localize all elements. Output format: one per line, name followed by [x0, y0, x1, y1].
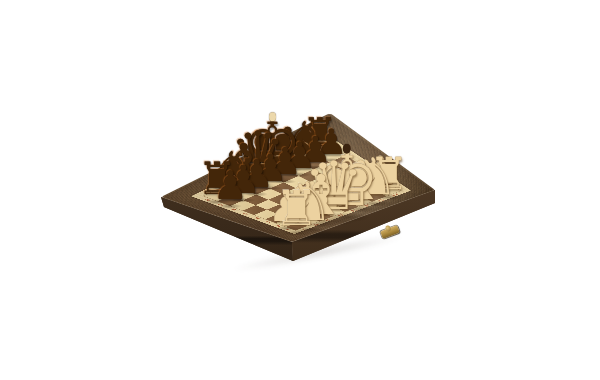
chess-set-photo: ABCDEFGH12345678 ♜♞♝♛♚♝♞♜♟♟♟♟♟♟♟♟♟♟♟♟♟♟♟…	[0, 0, 600, 380]
piece-white-rook-a1[interactable]: ♜	[275, 184, 318, 232]
pieces-layer: ♜♞♝♛♚♝♞♜♟♟♟♟♟♟♟♟♟♟♟♟♟♟♟♟♜♞♝♛♚♝♞♜	[0, 0, 600, 380]
piece-black-pawn-a7[interactable]: ♟	[213, 166, 248, 205]
